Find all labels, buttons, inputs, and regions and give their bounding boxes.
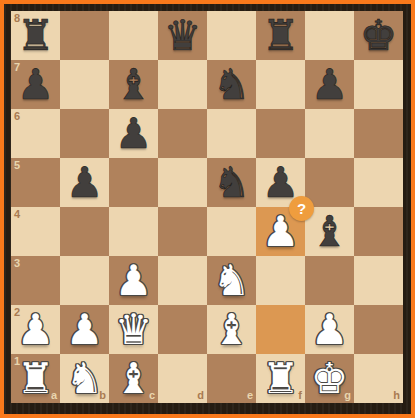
square-h3[interactable] <box>354 256 403 305</box>
square-c5[interactable] <box>109 158 158 207</box>
white-king-icon[interactable]: ♚ <box>311 358 349 400</box>
square-e7[interactable]: ♞ <box>207 60 256 109</box>
square-g5[interactable] <box>305 158 354 207</box>
square-b7[interactable] <box>60 60 109 109</box>
square-f1[interactable]: f♜ <box>256 354 305 403</box>
black-rook-icon[interactable]: ♜ <box>262 15 300 57</box>
white-knight-icon[interactable]: ♞ <box>66 358 104 400</box>
square-e4[interactable] <box>207 207 256 256</box>
square-h5[interactable] <box>354 158 403 207</box>
square-a2[interactable]: 2♟ <box>11 305 60 354</box>
square-a1[interactable]: 1a♜ <box>11 354 60 403</box>
square-c8[interactable] <box>109 11 158 60</box>
square-h8[interactable]: ♚ <box>354 11 403 60</box>
white-knight-icon[interactable]: ♞ <box>213 260 251 302</box>
square-b4[interactable] <box>60 207 109 256</box>
square-e2[interactable]: ♝ <box>207 305 256 354</box>
square-e8[interactable] <box>207 11 256 60</box>
square-a4[interactable]: 4 <box>11 207 60 256</box>
rank-label-4: 4 <box>14 209 20 220</box>
white-rook-icon[interactable]: ♜ <box>17 358 55 400</box>
black-bishop-icon[interactable]: ♝ <box>311 211 349 253</box>
rank-label-3: 3 <box>14 258 20 269</box>
black-rook-icon[interactable]: ♜ <box>17 15 55 57</box>
square-f2[interactable] <box>256 305 305 354</box>
black-pawn-icon[interactable]: ♟ <box>115 113 153 155</box>
white-queen-icon[interactable]: ♛ <box>115 309 153 351</box>
square-g1[interactable]: g♚ <box>305 354 354 403</box>
square-b5[interactable]: ♟ <box>60 158 109 207</box>
square-a7[interactable]: 7♟ <box>11 60 60 109</box>
square-d4[interactable] <box>158 207 207 256</box>
square-d6[interactable] <box>158 109 207 158</box>
square-h4[interactable] <box>354 207 403 256</box>
white-pawn-icon[interactable]: ♟ <box>311 309 349 351</box>
square-b6[interactable] <box>60 109 109 158</box>
black-bishop-icon[interactable]: ♝ <box>115 64 153 106</box>
square-f6[interactable] <box>256 109 305 158</box>
square-g7[interactable]: ♟ <box>305 60 354 109</box>
square-e3[interactable]: ♞ <box>207 256 256 305</box>
square-c3[interactable]: ♟ <box>109 256 158 305</box>
square-b8[interactable] <box>60 11 109 60</box>
white-bishop-icon[interactable]: ♝ <box>115 358 153 400</box>
square-f7[interactable] <box>256 60 305 109</box>
square-c2[interactable]: ♛ <box>109 305 158 354</box>
square-b1[interactable]: b♞ <box>60 354 109 403</box>
square-g2[interactable]: ♟ <box>305 305 354 354</box>
mistake-badge-symbol: ? <box>297 201 306 216</box>
square-a8[interactable]: 8♜ <box>11 11 60 60</box>
file-label-d: d <box>197 390 204 401</box>
square-h1[interactable]: h <box>354 354 403 403</box>
square-e1[interactable]: e <box>207 354 256 403</box>
square-b3[interactable] <box>60 256 109 305</box>
white-rook-icon[interactable]: ♜ <box>262 358 300 400</box>
white-pawn-icon[interactable]: ♟ <box>17 309 55 351</box>
square-b2[interactable]: ♟ <box>60 305 109 354</box>
file-label-e: e <box>247 390 253 401</box>
square-a5[interactable]: 5 <box>11 158 60 207</box>
board-area: 8♜♛♜♚7♟♝♞♟6♟5♟♞♟4♟♝3♟♞2♟♟♛♝♟1a♜b♞c♝def♜g… <box>11 11 403 403</box>
square-h7[interactable] <box>354 60 403 109</box>
square-d5[interactable] <box>158 158 207 207</box>
black-queen-icon[interactable]: ♛ <box>164 15 202 57</box>
mistake-badge: ? <box>289 196 314 221</box>
rank-label-6: 6 <box>14 111 20 122</box>
square-a3[interactable]: 3 <box>11 256 60 305</box>
square-d7[interactable] <box>158 60 207 109</box>
square-a6[interactable]: 6 <box>11 109 60 158</box>
square-g3[interactable] <box>305 256 354 305</box>
black-knight-icon[interactable]: ♞ <box>213 162 251 204</box>
chess-app-window: 8♜♛♜♚7♟♝♞♟6♟5♟♞♟4♟♝3♟♞2♟♟♛♝♟1a♜b♞c♝def♜g… <box>0 0 415 418</box>
square-e6[interactable] <box>207 109 256 158</box>
square-e5[interactable]: ♞ <box>207 158 256 207</box>
square-f3[interactable] <box>256 256 305 305</box>
square-c4[interactable] <box>109 207 158 256</box>
square-g8[interactable] <box>305 11 354 60</box>
black-king-icon[interactable]: ♚ <box>360 15 398 57</box>
square-c7[interactable]: ♝ <box>109 60 158 109</box>
chess-board: 8♜♛♜♚7♟♝♞♟6♟5♟♞♟4♟♝3♟♞2♟♟♛♝♟1a♜b♞c♝def♜g… <box>11 11 403 403</box>
square-c1[interactable]: c♝ <box>109 354 158 403</box>
square-f8[interactable]: ♜ <box>256 11 305 60</box>
black-pawn-icon[interactable]: ♟ <box>66 162 104 204</box>
square-g6[interactable] <box>305 109 354 158</box>
white-pawn-icon[interactable]: ♟ <box>66 309 104 351</box>
square-d8[interactable]: ♛ <box>158 11 207 60</box>
rank-label-5: 5 <box>14 160 20 171</box>
square-h6[interactable] <box>354 109 403 158</box>
square-d2[interactable] <box>158 305 207 354</box>
file-label-h: h <box>393 390 400 401</box>
white-pawn-icon[interactable]: ♟ <box>115 260 153 302</box>
black-pawn-icon[interactable]: ♟ <box>311 64 349 106</box>
square-d1[interactable]: d <box>158 354 207 403</box>
square-h2[interactable] <box>354 305 403 354</box>
square-c6[interactable]: ♟ <box>109 109 158 158</box>
white-bishop-icon[interactable]: ♝ <box>213 309 251 351</box>
black-knight-icon[interactable]: ♞ <box>213 64 251 106</box>
black-pawn-icon[interactable]: ♟ <box>17 64 55 106</box>
square-d3[interactable] <box>158 256 207 305</box>
